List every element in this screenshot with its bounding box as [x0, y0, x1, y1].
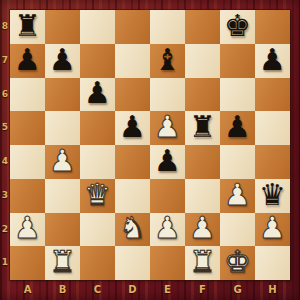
- square-c6[interactable]: ♟: [80, 78, 115, 112]
- rank-label-8: 8: [0, 10, 10, 44]
- square-a2[interactable]: ♟: [10, 213, 45, 247]
- square-b5[interactable]: [45, 111, 80, 145]
- square-a3[interactable]: [10, 179, 45, 213]
- square-c7[interactable]: [80, 44, 115, 78]
- square-e1[interactable]: [150, 246, 185, 280]
- square-c1[interactable]: [80, 246, 115, 280]
- square-b7[interactable]: ♟: [45, 44, 80, 78]
- chessboard-frame: ♜♚♟♟♝♟♟♟♟♜♟♟♟♛♟♛♟♞♟♟♟♜♜♚ 87654321ABCDEFG…: [0, 0, 300, 300]
- square-a5[interactable]: [10, 111, 45, 145]
- square-b6[interactable]: [45, 78, 80, 112]
- square-c8[interactable]: [80, 10, 115, 44]
- piece-black-pawn[interactable]: ♟: [49, 45, 76, 75]
- file-label-b: B: [45, 281, 80, 298]
- square-e7[interactable]: ♝: [150, 44, 185, 78]
- square-f1[interactable]: ♜: [185, 246, 220, 280]
- square-f7[interactable]: [185, 44, 220, 78]
- square-a8[interactable]: ♜: [10, 10, 45, 44]
- piece-black-rook[interactable]: ♜: [14, 11, 41, 41]
- square-f5[interactable]: ♜: [185, 111, 220, 145]
- piece-white-pawn[interactable]: ♟: [49, 146, 76, 176]
- piece-white-queen[interactable]: ♛: [84, 180, 111, 210]
- square-h8[interactable]: [255, 10, 290, 44]
- square-g6[interactable]: [220, 78, 255, 112]
- piece-white-knight[interactable]: ♞: [119, 213, 146, 243]
- square-g3[interactable]: ♟: [220, 179, 255, 213]
- piece-black-bishop[interactable]: ♝: [154, 45, 181, 75]
- square-f2[interactable]: ♟: [185, 213, 220, 247]
- piece-white-pawn[interactable]: ♟: [14, 213, 41, 243]
- square-e4[interactable]: ♟: [150, 145, 185, 179]
- square-c5[interactable]: [80, 111, 115, 145]
- square-e8[interactable]: [150, 10, 185, 44]
- file-label-h: H: [255, 281, 290, 298]
- rank-label-6: 6: [0, 78, 10, 112]
- square-d4[interactable]: [115, 145, 150, 179]
- square-g1[interactable]: ♚: [220, 246, 255, 280]
- piece-black-queen[interactable]: ♛: [259, 180, 286, 210]
- square-c3[interactable]: ♛: [80, 179, 115, 213]
- square-b4[interactable]: ♟: [45, 145, 80, 179]
- square-e5[interactable]: ♟: [150, 111, 185, 145]
- rank-label-5: 5: [0, 111, 10, 145]
- square-f8[interactable]: [185, 10, 220, 44]
- piece-white-rook[interactable]: ♜: [49, 247, 76, 277]
- square-e2[interactable]: ♟: [150, 213, 185, 247]
- square-d2[interactable]: ♞: [115, 213, 150, 247]
- rank-label-2: 2: [0, 213, 10, 247]
- file-label-f: F: [185, 281, 220, 298]
- piece-black-pawn[interactable]: ♟: [119, 112, 146, 142]
- square-b2[interactable]: [45, 213, 80, 247]
- square-f6[interactable]: [185, 78, 220, 112]
- square-d1[interactable]: [115, 246, 150, 280]
- square-d5[interactable]: ♟: [115, 111, 150, 145]
- square-h1[interactable]: [255, 246, 290, 280]
- square-g7[interactable]: [220, 44, 255, 78]
- square-a6[interactable]: [10, 78, 45, 112]
- square-g8[interactable]: ♚: [220, 10, 255, 44]
- square-d8[interactable]: [115, 10, 150, 44]
- piece-white-pawn[interactable]: ♟: [224, 180, 251, 210]
- file-label-c: C: [80, 281, 115, 298]
- piece-black-pawn[interactable]: ♟: [14, 45, 41, 75]
- square-h3[interactable]: ♛: [255, 179, 290, 213]
- file-label-d: D: [115, 281, 150, 298]
- square-f4[interactable]: [185, 145, 220, 179]
- piece-white-pawn[interactable]: ♟: [154, 213, 181, 243]
- square-g2[interactable]: [220, 213, 255, 247]
- piece-white-king[interactable]: ♚: [224, 247, 251, 277]
- square-a7[interactable]: ♟: [10, 44, 45, 78]
- piece-white-pawn[interactable]: ♟: [154, 112, 181, 142]
- rank-label-4: 4: [0, 145, 10, 179]
- square-d3[interactable]: [115, 179, 150, 213]
- square-a1[interactable]: [10, 246, 45, 280]
- square-a4[interactable]: [10, 145, 45, 179]
- chessboard: ♜♚♟♟♝♟♟♟♟♜♟♟♟♛♟♛♟♞♟♟♟♜♜♚: [10, 10, 290, 280]
- file-label-a: A: [10, 281, 45, 298]
- square-h7[interactable]: ♟: [255, 44, 290, 78]
- square-h4[interactable]: [255, 145, 290, 179]
- square-b3[interactable]: [45, 179, 80, 213]
- square-c4[interactable]: [80, 145, 115, 179]
- rank-label-3: 3: [0, 179, 10, 213]
- piece-black-king[interactable]: ♚: [224, 11, 251, 41]
- square-e3[interactable]: [150, 179, 185, 213]
- square-h6[interactable]: [255, 78, 290, 112]
- file-label-g: G: [220, 281, 255, 298]
- square-g4[interactable]: [220, 145, 255, 179]
- square-h2[interactable]: ♟: [255, 213, 290, 247]
- square-d6[interactable]: [115, 78, 150, 112]
- piece-black-pawn[interactable]: ♟: [224, 112, 251, 142]
- rank-label-7: 7: [0, 44, 10, 78]
- file-label-e: E: [150, 281, 185, 298]
- square-e6[interactable]: [150, 78, 185, 112]
- rank-label-1: 1: [0, 246, 10, 280]
- piece-black-rook[interactable]: ♜: [189, 112, 216, 142]
- piece-white-pawn[interactable]: ♟: [259, 213, 286, 243]
- square-f3[interactable]: [185, 179, 220, 213]
- piece-black-pawn[interactable]: ♟: [259, 45, 286, 75]
- piece-white-pawn[interactable]: ♟: [189, 213, 216, 243]
- square-b1[interactable]: ♜: [45, 246, 80, 280]
- piece-black-pawn[interactable]: ♟: [84, 78, 111, 108]
- square-g5[interactable]: ♟: [220, 111, 255, 145]
- square-b8[interactable]: [45, 10, 80, 44]
- square-d7[interactable]: [115, 44, 150, 78]
- square-c2[interactable]: [80, 213, 115, 247]
- piece-black-pawn[interactable]: ♟: [154, 146, 181, 176]
- piece-white-rook[interactable]: ♜: [189, 247, 216, 277]
- square-h5[interactable]: [255, 111, 290, 145]
